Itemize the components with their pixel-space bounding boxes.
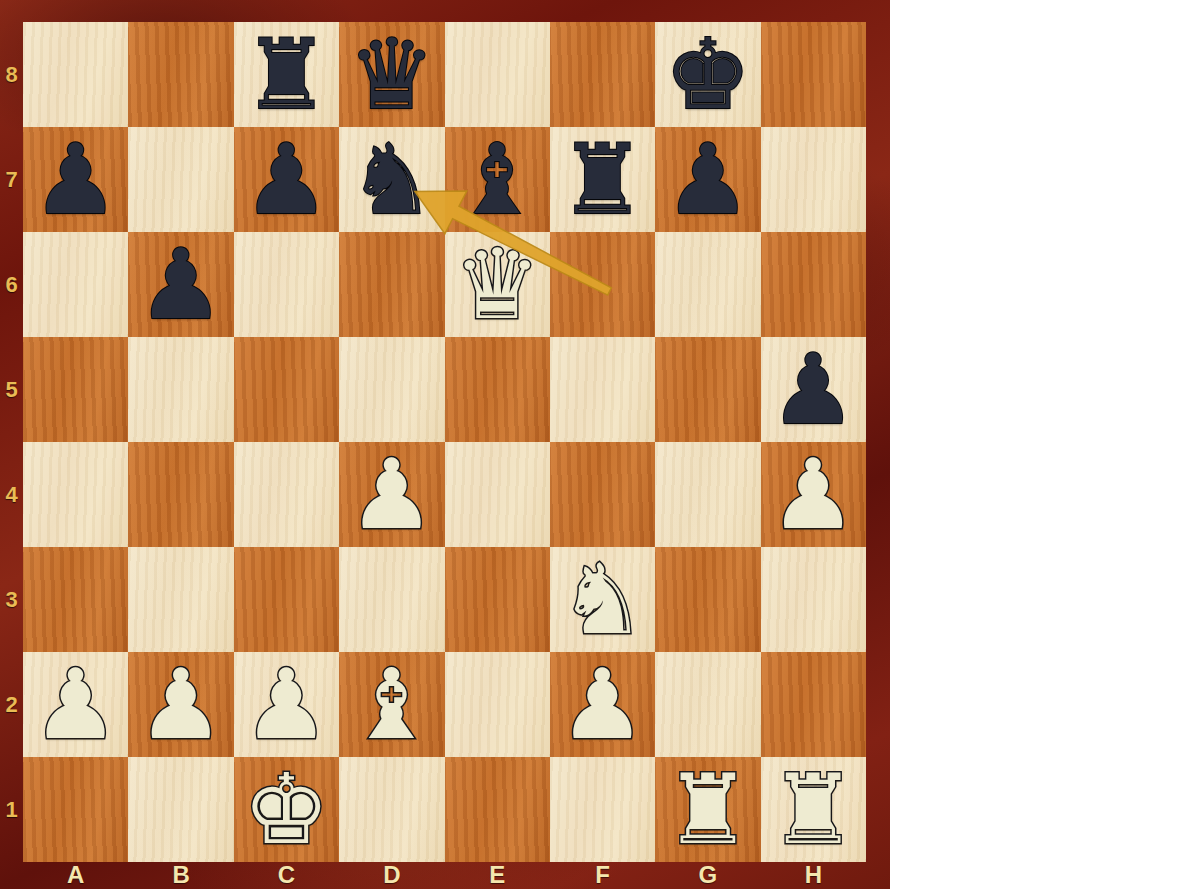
square-h5[interactable]: ♟: [761, 337, 866, 442]
square-b8[interactable]: [128, 22, 233, 127]
square-f5[interactable]: [550, 337, 655, 442]
page: ♜♛♚♟♟♞♝♜♟♟♛♟♟♟♞♟♟♟♝♟♚♜♜ 87654321 ABCDEFG…: [0, 0, 1200, 889]
chess-board-frame: ♜♛♚♟♟♞♝♜♟♟♛♟♟♟♞♟♟♟♝♟♚♜♜ 87654321 ABCDEFG…: [0, 0, 890, 889]
piece-black-rook[interactable]: ♜: [234, 22, 339, 127]
square-h4[interactable]: ♟: [761, 442, 866, 547]
square-d4[interactable]: ♟: [339, 442, 444, 547]
piece-black-pawn[interactable]: ♟: [655, 127, 760, 232]
file-label-D: D: [372, 861, 412, 889]
square-g1[interactable]: ♜: [655, 757, 760, 862]
file-label-F: F: [583, 861, 623, 889]
square-e4[interactable]: [445, 442, 550, 547]
square-f6[interactable]: [550, 232, 655, 337]
rank-label-1: 1: [0, 797, 23, 823]
background-filler: [890, 0, 1200, 889]
square-b5[interactable]: [128, 337, 233, 442]
square-e5[interactable]: [445, 337, 550, 442]
piece-white-pawn[interactable]: ♟: [234, 652, 339, 757]
square-a6[interactable]: [23, 232, 128, 337]
piece-white-pawn[interactable]: ♟: [128, 652, 233, 757]
square-a2[interactable]: ♟: [23, 652, 128, 757]
square-g5[interactable]: [655, 337, 760, 442]
file-label-B: B: [161, 861, 201, 889]
piece-black-knight[interactable]: ♞: [339, 127, 444, 232]
piece-white-pawn[interactable]: ♟: [761, 442, 866, 547]
piece-black-pawn[interactable]: ♟: [761, 337, 866, 442]
square-g3[interactable]: [655, 547, 760, 652]
square-a1[interactable]: [23, 757, 128, 862]
square-e6[interactable]: ♛: [445, 232, 550, 337]
square-f1[interactable]: [550, 757, 655, 862]
square-c1[interactable]: ♚: [234, 757, 339, 862]
square-d6[interactable]: [339, 232, 444, 337]
square-d5[interactable]: [339, 337, 444, 442]
square-e8[interactable]: [445, 22, 550, 127]
piece-white-knight[interactable]: ♞: [550, 547, 655, 652]
piece-black-rook[interactable]: ♜: [550, 127, 655, 232]
piece-black-bishop[interactable]: ♝: [445, 127, 550, 232]
piece-white-queen[interactable]: ♛: [445, 232, 550, 337]
piece-black-king[interactable]: ♚: [655, 22, 760, 127]
square-b1[interactable]: [128, 757, 233, 862]
rank-label-2: 2: [0, 692, 23, 718]
square-c7[interactable]: ♟: [234, 127, 339, 232]
piece-white-rook[interactable]: ♜: [761, 757, 866, 862]
piece-black-pawn[interactable]: ♟: [23, 127, 128, 232]
square-b3[interactable]: [128, 547, 233, 652]
piece-white-rook[interactable]: ♜: [655, 757, 760, 862]
rank-label-6: 6: [0, 272, 23, 298]
square-c4[interactable]: [234, 442, 339, 547]
square-b6[interactable]: ♟: [128, 232, 233, 337]
piece-white-pawn[interactable]: ♟: [23, 652, 128, 757]
square-d1[interactable]: [339, 757, 444, 862]
rank-label-8: 8: [0, 62, 23, 88]
square-h1[interactable]: ♜: [761, 757, 866, 862]
rank-label-5: 5: [0, 377, 23, 403]
square-c3[interactable]: [234, 547, 339, 652]
square-h8[interactable]: [761, 22, 866, 127]
square-f4[interactable]: [550, 442, 655, 547]
piece-white-pawn[interactable]: ♟: [339, 442, 444, 547]
square-f2[interactable]: ♟: [550, 652, 655, 757]
square-g2[interactable]: [655, 652, 760, 757]
square-d2[interactable]: ♝: [339, 652, 444, 757]
square-e2[interactable]: [445, 652, 550, 757]
square-g4[interactable]: [655, 442, 760, 547]
square-e1[interactable]: [445, 757, 550, 862]
square-d7[interactable]: ♞: [339, 127, 444, 232]
square-c6[interactable]: [234, 232, 339, 337]
square-d8[interactable]: ♛: [339, 22, 444, 127]
square-h3[interactable]: [761, 547, 866, 652]
piece-black-pawn[interactable]: ♟: [234, 127, 339, 232]
rank-label-3: 3: [0, 587, 23, 613]
square-h7[interactable]: [761, 127, 866, 232]
square-c5[interactable]: [234, 337, 339, 442]
square-c2[interactable]: ♟: [234, 652, 339, 757]
piece-white-bishop[interactable]: ♝: [339, 652, 444, 757]
square-e7[interactable]: ♝: [445, 127, 550, 232]
piece-black-pawn[interactable]: ♟: [128, 232, 233, 337]
square-e3[interactable]: [445, 547, 550, 652]
square-a5[interactable]: [23, 337, 128, 442]
file-label-A: A: [56, 861, 96, 889]
piece-black-queen[interactable]: ♛: [339, 22, 444, 127]
file-label-E: E: [477, 861, 517, 889]
rank-label-4: 4: [0, 482, 23, 508]
square-g8[interactable]: ♚: [655, 22, 760, 127]
piece-white-pawn[interactable]: ♟: [550, 652, 655, 757]
square-g7[interactable]: ♟: [655, 127, 760, 232]
chess-board: ♜♛♚♟♟♞♝♜♟♟♛♟♟♟♞♟♟♟♝♟♚♜♜: [23, 22, 866, 862]
square-c8[interactable]: ♜: [234, 22, 339, 127]
square-b7[interactable]: [128, 127, 233, 232]
rank-label-7: 7: [0, 167, 23, 193]
square-a4[interactable]: [23, 442, 128, 547]
square-h2[interactable]: [761, 652, 866, 757]
square-a3[interactable]: [23, 547, 128, 652]
square-f8[interactable]: [550, 22, 655, 127]
square-h6[interactable]: [761, 232, 866, 337]
square-a7[interactable]: ♟: [23, 127, 128, 232]
square-g6[interactable]: [655, 232, 760, 337]
square-b4[interactable]: [128, 442, 233, 547]
square-a8[interactable]: [23, 22, 128, 127]
square-f7[interactable]: ♜: [550, 127, 655, 232]
piece-white-king[interactable]: ♚: [234, 757, 339, 862]
square-d3[interactable]: [339, 547, 444, 652]
square-f3[interactable]: ♞: [550, 547, 655, 652]
square-b2[interactable]: ♟: [128, 652, 233, 757]
